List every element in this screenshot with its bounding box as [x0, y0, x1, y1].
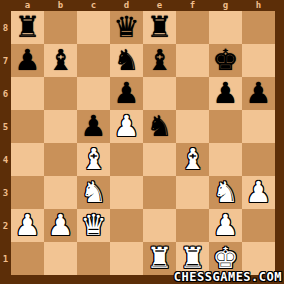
square-h8 — [242, 11, 275, 44]
square-g2: ♟ — [209, 209, 242, 242]
rank-label-4: 4 — [0, 143, 11, 176]
piece-white-pawn-g2: ♟ — [213, 209, 239, 242]
square-c6 — [77, 77, 110, 110]
square-b1 — [44, 242, 77, 275]
square-a7: ♟ — [11, 44, 44, 77]
file-label-b: b — [44, 0, 77, 11]
square-b4 — [44, 143, 77, 176]
square-b5 — [44, 110, 77, 143]
square-h5 — [242, 110, 275, 143]
site-branding: CHESSGAMES.COM — [174, 271, 282, 284]
piece-black-rook-e8: ♜ — [147, 11, 173, 44]
square-f4: ♝ — [176, 143, 209, 176]
square-f5 — [176, 110, 209, 143]
square-h3: ♟ — [242, 176, 275, 209]
piece-white-pawn-b2: ♟ — [48, 209, 74, 242]
piece-white-pawn-a2: ♟ — [15, 209, 41, 242]
square-a4 — [11, 143, 44, 176]
square-f7 — [176, 44, 209, 77]
square-d1 — [110, 242, 143, 275]
square-a3 — [11, 176, 44, 209]
file-label-h: h — [242, 0, 275, 11]
piece-white-queen-c2: ♛ — [81, 209, 107, 242]
piece-white-bishop-c4: ♝ — [81, 143, 107, 176]
square-e7: ♝ — [143, 44, 176, 77]
square-a2: ♟ — [11, 209, 44, 242]
square-d2 — [110, 209, 143, 242]
square-g4 — [209, 143, 242, 176]
square-e3 — [143, 176, 176, 209]
square-a6 — [11, 77, 44, 110]
rank-label-5: 5 — [0, 110, 11, 143]
square-a1 — [11, 242, 44, 275]
piece-black-pawn-h6: ♟ — [246, 77, 272, 110]
square-b8 — [44, 11, 77, 44]
square-d4 — [110, 143, 143, 176]
piece-black-knight-d7: ♞ — [114, 44, 140, 77]
piece-black-pawn-a7: ♟ — [15, 44, 41, 77]
square-c4: ♝ — [77, 143, 110, 176]
square-d3 — [110, 176, 143, 209]
piece-white-rook-e1: ♜ — [147, 242, 173, 275]
square-e2 — [143, 209, 176, 242]
piece-black-king-g7: ♚ — [213, 44, 239, 77]
piece-black-pawn-d6: ♟ — [114, 77, 140, 110]
square-e6 — [143, 77, 176, 110]
square-a5 — [11, 110, 44, 143]
square-c5: ♟ — [77, 110, 110, 143]
square-d5: ♟ — [110, 110, 143, 143]
square-e4 — [143, 143, 176, 176]
rank-label-1: 1 — [0, 242, 11, 275]
file-label-g: g — [209, 0, 242, 11]
rank-label-3: 3 — [0, 176, 11, 209]
rank-label-7: 7 — [0, 44, 11, 77]
piece-black-knight-e5: ♞ — [147, 110, 173, 143]
piece-black-bishop-e7: ♝ — [147, 44, 173, 77]
piece-white-pawn-h3: ♟ — [246, 176, 272, 209]
square-b7: ♝ — [44, 44, 77, 77]
square-g5 — [209, 110, 242, 143]
rank-labels: 87654321 — [0, 11, 11, 275]
square-d6: ♟ — [110, 77, 143, 110]
piece-black-bishop-b7: ♝ — [48, 44, 74, 77]
file-label-f: f — [176, 0, 209, 11]
square-g8 — [209, 11, 242, 44]
piece-black-pawn-c5: ♟ — [81, 110, 107, 143]
square-e8: ♜ — [143, 11, 176, 44]
square-d8: ♛ — [110, 11, 143, 44]
piece-white-knight-c3: ♞ — [81, 176, 107, 209]
square-g7: ♚ — [209, 44, 242, 77]
piece-white-bishop-f4: ♝ — [180, 143, 206, 176]
square-g6: ♟ — [209, 77, 242, 110]
square-c2: ♛ — [77, 209, 110, 242]
square-a8: ♜ — [11, 11, 44, 44]
file-label-c: c — [77, 0, 110, 11]
square-h6: ♟ — [242, 77, 275, 110]
square-h4 — [242, 143, 275, 176]
square-h2 — [242, 209, 275, 242]
square-c1 — [77, 242, 110, 275]
file-labels: abcdefgh — [11, 0, 275, 11]
square-c8 — [77, 11, 110, 44]
piece-white-pawn-d5: ♟ — [114, 110, 140, 143]
square-d7: ♞ — [110, 44, 143, 77]
square-f3 — [176, 176, 209, 209]
chess-board: ♜♛♜♟♝♞♝♚♟♟♟♟♟♞♝♝♞♞♟♟♟♛♟♜♜♚ — [11, 11, 275, 275]
square-b3 — [44, 176, 77, 209]
piece-black-queen-d8: ♛ — [114, 11, 140, 44]
square-g3: ♞ — [209, 176, 242, 209]
piece-black-pawn-g6: ♟ — [213, 77, 239, 110]
square-f6 — [176, 77, 209, 110]
piece-black-rook-a8: ♜ — [15, 11, 41, 44]
rank-label-6: 6 — [0, 77, 11, 110]
square-b2: ♟ — [44, 209, 77, 242]
square-b6 — [44, 77, 77, 110]
square-f2 — [176, 209, 209, 242]
square-c7 — [77, 44, 110, 77]
square-e5: ♞ — [143, 110, 176, 143]
rank-label-2: 2 — [0, 209, 11, 242]
square-c3: ♞ — [77, 176, 110, 209]
square-e1: ♜ — [143, 242, 176, 275]
square-h7 — [242, 44, 275, 77]
chess-diagram: abcdefgh 87654321 ♜♛♜♟♝♞♝♚♟♟♟♟♟♞♝♝♞♞♟♟♟♛… — [0, 0, 284, 284]
piece-white-knight-g3: ♞ — [213, 176, 239, 209]
square-f8 — [176, 11, 209, 44]
rank-label-8: 8 — [0, 11, 11, 44]
